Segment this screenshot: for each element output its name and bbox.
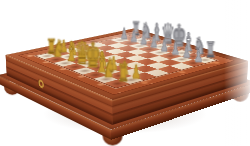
chess-piece-silver-rook: ♜ [205, 40, 214, 61]
chess-piece-silver-king: ♚ [171, 20, 179, 51]
square: ♟ [110, 37, 130, 42]
square: ♟ [119, 40, 140, 46]
chess-piece-silver-pawn: ♟ [171, 40, 180, 57]
square: ♚ [160, 47, 182, 53]
square: ♟ [129, 43, 150, 49]
chess-case: ♜♟♟♜♞♟♟♞♝♟♟♝♛♟♟♛♚♟♟♚♝♟♟♝♞♟♟♞♜♟♟♜ [6, 28, 248, 100]
square [108, 43, 129, 49]
chess-piece-silver-pawn: ♟ [130, 29, 138, 45]
square [137, 52, 159, 58]
square [117, 46, 138, 52]
chess-piece-silver-pawn: ♟ [150, 34, 158, 50]
square: ♜ [121, 35, 141, 40]
chess-piece-silver-bishop: ♝ [151, 21, 159, 45]
square: ♛ [150, 44, 171, 50]
chess-piece-silver-pawn: ♟ [160, 37, 169, 54]
chess-piece-silver-queen: ♛ [161, 20, 169, 48]
chess-set-photo: ♜♟♟♜♞♟♟♞♝♟♟♝♛♟♟♛♚♟♟♚♝♟♟♝♞♟♟♞♜♟♟♜ [0, 0, 250, 146]
chess-piece-silver-pawn: ♟ [182, 44, 191, 61]
chess-piece-silver-pawn: ♟ [120, 26, 128, 42]
square: ♟ [149, 50, 171, 56]
chess-piece-silver-rook: ♜ [131, 20, 139, 39]
perspective-stage: ♜♟♟♜♞♟♟♞♝♟♟♝♛♟♟♛♚♟♟♚♝♟♟♝♞♟♟♞♜♟♟♜ [0, 0, 250, 146]
case-body: ♜♟♟♜♞♟♟♞♝♟♟♝♛♟♟♛♚♟♟♚♝♟♟♝♞♟♟♞♜♟♟♜ [6, 28, 248, 100]
chess-piece-silver-pawn: ♟ [194, 47, 203, 65]
chess-piece-gold-rook: ♜ [117, 62, 127, 86]
chess-piece-silver-knight: ♞ [141, 20, 149, 42]
chess-piece-gold-king: ♚ [85, 38, 94, 72]
chess-piece-gold-knight: ♞ [106, 54, 116, 81]
chess-piece-gold-bishop: ♝ [65, 38, 74, 65]
chess-piece-silver-pawn: ♟ [139, 31, 147, 47]
square: ♟ [139, 46, 161, 52]
square: ♝ [140, 41, 161, 47]
chess-piece-gold-pawn: ♟ [131, 63, 141, 82]
square: ♞ [130, 38, 151, 43]
square [127, 49, 149, 55]
chess-piece-gold-knight: ♞ [55, 37, 64, 61]
drawer-ring-pull-icon [38, 79, 44, 89]
chess-piece-gold-queen: ♛ [74, 37, 83, 69]
